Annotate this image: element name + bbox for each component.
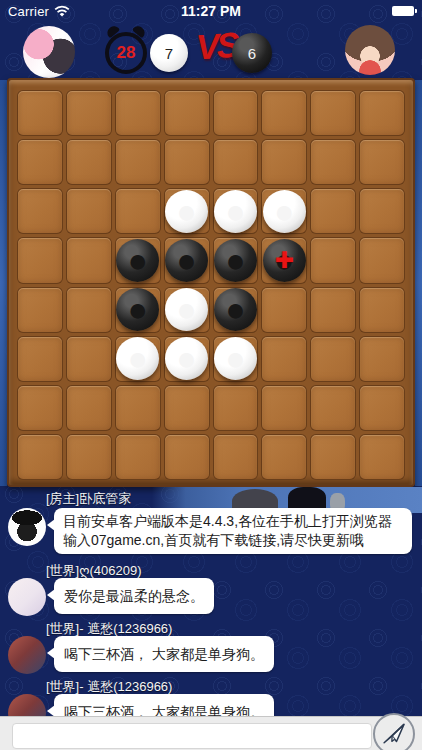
white-stone: ●: [165, 337, 208, 380]
board-cell-r7c5[interactable]: [213, 385, 259, 431]
status-bar: Carrier 11:27 PM: [0, 0, 422, 22]
board-cell-r4c3[interactable]: ●: [115, 237, 161, 283]
black-stone: ●: [214, 239, 257, 282]
board-cell-r8c4[interactable]: [164, 434, 210, 480]
board-cell-r8c2[interactable]: [66, 434, 112, 480]
board-cell-r6c2[interactable]: [66, 336, 112, 382]
board-cell-r4c2[interactable]: [66, 237, 112, 283]
white-stone: ●: [214, 337, 257, 380]
board-cell-r8c6[interactable]: [261, 434, 307, 480]
board-cell-r1c2[interactable]: [66, 90, 112, 136]
board-cell-r4c5[interactable]: ●: [213, 237, 259, 283]
board-cell-r7c3[interactable]: [115, 385, 161, 431]
board-cell-r3c3[interactable]: [115, 188, 161, 234]
board-cell-r1c3[interactable]: [115, 90, 161, 136]
board-cell-r8c8[interactable]: [359, 434, 405, 480]
board-cell-r3c4[interactable]: ●: [164, 188, 210, 234]
black-stone: ●: [116, 239, 159, 282]
left-player-avatar[interactable]: [23, 26, 75, 78]
left-edge-glow: [0, 80, 7, 486]
board-cell-r6c3[interactable]: ●: [115, 336, 161, 382]
board-cell-r2c2[interactable]: [66, 139, 112, 185]
black-score-stone: 6: [232, 33, 272, 73]
board-cell-r5c2[interactable]: [66, 287, 112, 333]
match-header: VIP 28 7 VS 6: [0, 22, 422, 78]
board-cell-r1c5[interactable]: [213, 90, 259, 136]
board-cell-r8c3[interactable]: [115, 434, 161, 480]
battery-icon: [392, 6, 414, 16]
chat-avatar[interactable]: [8, 578, 46, 616]
last-move-marker: ✚: [263, 239, 306, 282]
chat-input[interactable]: [12, 723, 372, 749]
black-stone: ●✚: [263, 239, 306, 282]
board-cell-r7c7[interactable]: [310, 385, 356, 431]
board-cell-r1c7[interactable]: [310, 90, 356, 136]
board-cell-r3c7[interactable]: [310, 188, 356, 234]
black-stone: ●: [214, 288, 257, 331]
board-cell-r8c5[interactable]: [213, 434, 259, 480]
right-player-avatar[interactable]: [345, 25, 395, 75]
chat-panel: [房主]卧底管家 目前安卓客户端版本是4.4.3,各位在手机上打开浏览器输入07…: [0, 488, 422, 750]
alarm-clock-icon: 28: [105, 32, 147, 74]
board-cell-r1c1[interactable]: [17, 90, 63, 136]
board-cell-r3c5[interactable]: ●: [213, 188, 259, 234]
white-stone: ●: [165, 288, 208, 331]
board-cell-r6c7[interactable]: [310, 336, 356, 382]
chat-bubble: 目前安卓客户端版本是4.4.3,各位在手机上打开浏览器输入07game.cn,首…: [54, 508, 412, 554]
board-cell-r2c7[interactable]: [310, 139, 356, 185]
board-cell-r1c6[interactable]: [261, 90, 307, 136]
board-cell-r8c1[interactable]: [17, 434, 63, 480]
chat-bubble: 爱你是最温柔的悬念。: [54, 578, 214, 614]
vs-logo: VS: [195, 25, 238, 68]
board-cell-r5c3[interactable]: ●: [115, 287, 161, 333]
board-cell-r2c1[interactable]: [17, 139, 63, 185]
send-button[interactable]: [373, 713, 415, 750]
chat-row: 爱你是最温柔的悬念。: [8, 578, 412, 616]
black-stone: ●: [116, 288, 159, 331]
white-stone: ●: [214, 190, 257, 233]
board-cell-r7c1[interactable]: [17, 385, 63, 431]
board-cell-r3c8[interactable]: [359, 188, 405, 234]
board-cell-r3c6[interactable]: ●: [261, 188, 307, 234]
board-cell-r2c8[interactable]: [359, 139, 405, 185]
board-cell-r4c4[interactable]: ●: [164, 237, 210, 283]
board-cell-r2c4[interactable]: [164, 139, 210, 185]
board-cell-r3c1[interactable]: [17, 188, 63, 234]
white-stone: ●: [263, 190, 306, 233]
board-cell-r7c4[interactable]: [164, 385, 210, 431]
message-composer: [0, 716, 422, 750]
black-stone: ●: [165, 239, 208, 282]
move-timer: 28: [117, 43, 136, 63]
board-cell-r3c2[interactable]: [66, 188, 112, 234]
board-cell-r7c8[interactable]: [359, 385, 405, 431]
board-cell-r4c7[interactable]: [310, 237, 356, 283]
board-grid: ●●●●●●●✚●●●●●●: [17, 90, 405, 480]
board-cell-r5c8[interactable]: [359, 287, 405, 333]
clock-time: 11:27 PM: [0, 3, 422, 19]
board-cell-r1c4[interactable]: [164, 90, 210, 136]
black-score: 6: [248, 45, 256, 62]
board-cell-r2c3[interactable]: [115, 139, 161, 185]
board-cell-r4c1[interactable]: [17, 237, 63, 283]
board-cell-r4c6[interactable]: ●✚: [261, 237, 307, 283]
chat-avatar[interactable]: [8, 508, 46, 546]
board-cell-r5c4[interactable]: ●: [164, 287, 210, 333]
board-cell-r4c8[interactable]: [359, 237, 405, 283]
board-cell-r6c4[interactable]: ●: [164, 336, 210, 382]
board-cell-r1c8[interactable]: [359, 90, 405, 136]
board-cell-r5c1[interactable]: [17, 287, 63, 333]
board-cell-r7c2[interactable]: [66, 385, 112, 431]
board-cell-r6c6[interactable]: [261, 336, 307, 382]
board-cell-r2c6[interactable]: [261, 139, 307, 185]
board-cell-r7c6[interactable]: [261, 385, 307, 431]
board-cell-r5c7[interactable]: [310, 287, 356, 333]
white-stone: ●: [116, 337, 159, 380]
paper-plane-icon: [381, 720, 407, 749]
board-cell-r5c6[interactable]: [261, 287, 307, 333]
chat-avatar[interactable]: [8, 636, 46, 674]
app-screen: Carrier 11:27 PM VIP 28 7 VS 6 ●●●●●●●✚●…: [0, 0, 422, 750]
white-stone: ●: [165, 190, 208, 233]
chat-bubble: 喝下三杯酒， 大家都是单身狗。: [54, 636, 274, 672]
game-board: ●●●●●●●✚●●●●●●: [7, 78, 415, 487]
white-score: 7: [165, 45, 173, 62]
chat-row: 喝下三杯酒， 大家都是单身狗。: [8, 636, 412, 674]
white-score-stone: 7: [150, 34, 188, 72]
board-cell-r6c8[interactable]: [359, 336, 405, 382]
board-cell-r6c1[interactable]: [17, 336, 63, 382]
right-edge-glow: [415, 80, 422, 486]
board-cell-r5c5[interactable]: ●: [213, 287, 259, 333]
board-cell-r2c5[interactable]: [213, 139, 259, 185]
board-cell-r8c7[interactable]: [310, 434, 356, 480]
chat-username: [房主]卧底管家: [46, 490, 131, 508]
board-cell-r6c5[interactable]: ●: [213, 336, 259, 382]
chat-row: 目前安卓客户端版本是4.4.3,各位在手机上打开浏览器输入07game.cn,首…: [8, 508, 412, 554]
